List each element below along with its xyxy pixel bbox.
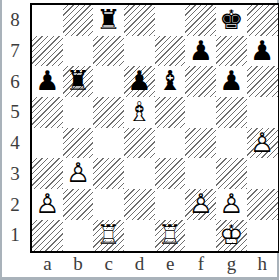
- square-g5[interactable]: [216, 97, 247, 128]
- square-a2[interactable]: ♟♙: [32, 189, 63, 220]
- square-b1[interactable]: [63, 220, 94, 251]
- piece-white-pawn: ♙: [247, 128, 278, 159]
- rank-label-8: 8: [0, 5, 30, 36]
- square-b3[interactable]: ♟♙: [63, 158, 94, 189]
- piece-fill-white-pawn: ♟: [32, 189, 63, 220]
- piece-black-pawn: ♟: [124, 66, 155, 97]
- square-a5[interactable]: [32, 97, 63, 128]
- piece-fill-white-king: ♚: [216, 220, 247, 251]
- piece-white-rook: ♖: [155, 220, 186, 251]
- square-h6[interactable]: [247, 66, 278, 97]
- square-d1[interactable]: [124, 220, 155, 251]
- file-label-d: d: [124, 252, 155, 276]
- square-c2[interactable]: [93, 189, 124, 220]
- square-a6[interactable]: ♟: [32, 66, 63, 97]
- file-label-b: b: [63, 252, 94, 276]
- piece-fill-white-pawn: ♟: [247, 128, 278, 159]
- square-c3[interactable]: [93, 158, 124, 189]
- square-b5[interactable]: [63, 97, 94, 128]
- piece-white-pawn: ♙: [185, 189, 216, 220]
- square-f1[interactable]: [185, 220, 216, 251]
- square-g3[interactable]: [216, 158, 247, 189]
- square-b2[interactable]: [63, 189, 94, 220]
- piece-black-pawn: ♟: [247, 36, 278, 67]
- piece-white-pawn: ♙: [32, 189, 63, 220]
- piece-white-rook: ♖: [93, 220, 124, 251]
- square-c8[interactable]: ♜: [93, 5, 124, 36]
- square-h2[interactable]: [247, 189, 278, 220]
- square-f7[interactable]: ♟: [185, 36, 216, 67]
- file-label-g: g: [216, 252, 247, 276]
- piece-black-king: ♚: [216, 5, 247, 36]
- file-label-h: h: [247, 252, 278, 276]
- piece-fill-white-pawn: ♟: [216, 189, 247, 220]
- square-a4[interactable]: [32, 128, 63, 159]
- square-a8[interactable]: [32, 5, 63, 36]
- piece-white-bishop: ♗: [124, 97, 155, 128]
- rank-label-5: 5: [0, 97, 30, 128]
- square-f8[interactable]: [185, 5, 216, 36]
- file-label-f: f: [186, 252, 217, 276]
- piece-black-pawn: ♟: [216, 66, 247, 97]
- file-label-a: a: [32, 252, 63, 276]
- square-g8[interactable]: ♚: [216, 5, 247, 36]
- square-c6[interactable]: [93, 66, 124, 97]
- square-e6[interactable]: ♝: [155, 66, 186, 97]
- file-label-c: c: [93, 252, 124, 276]
- rank-labels: 87654321: [0, 5, 30, 251]
- square-d8[interactable]: [124, 5, 155, 36]
- piece-black-pawn: ♟: [32, 66, 63, 97]
- square-d3[interactable]: [124, 158, 155, 189]
- file-labels: abcdefgh: [32, 252, 278, 276]
- square-h8[interactable]: [247, 5, 278, 36]
- square-e8[interactable]: [155, 5, 186, 36]
- piece-black-rook: ♜: [63, 66, 94, 97]
- piece-fill-white-pawn: ♟: [63, 158, 94, 189]
- square-e5[interactable]: [155, 97, 186, 128]
- square-f3[interactable]: [185, 158, 216, 189]
- rank-label-3: 3: [0, 159, 30, 190]
- square-g1[interactable]: ♚♔: [216, 220, 247, 251]
- rank-label-6: 6: [0, 66, 30, 97]
- square-h5[interactable]: [247, 97, 278, 128]
- piece-fill-white-rook: ♜: [155, 220, 186, 251]
- square-e3[interactable]: [155, 158, 186, 189]
- piece-fill-white-rook: ♜: [93, 220, 124, 251]
- square-b8[interactable]: [63, 5, 94, 36]
- square-f4[interactable]: [185, 128, 216, 159]
- square-g4[interactable]: [216, 128, 247, 159]
- square-d4[interactable]: [124, 128, 155, 159]
- piece-fill-white-bishop: ♝: [124, 97, 155, 128]
- square-e4[interactable]: [155, 128, 186, 159]
- square-g7[interactable]: [216, 36, 247, 67]
- piece-black-pawn: ♟: [185, 36, 216, 67]
- square-c5[interactable]: [93, 97, 124, 128]
- square-a1[interactable]: [32, 220, 63, 251]
- piece-black-bishop: ♝: [155, 66, 186, 97]
- piece-white-pawn: ♙: [63, 158, 94, 189]
- rank-label-7: 7: [0, 36, 30, 67]
- square-h4[interactable]: ♟♙: [247, 128, 278, 159]
- file-label-e: e: [155, 252, 186, 276]
- square-h3[interactable]: [247, 158, 278, 189]
- square-g2[interactable]: ♟♙: [216, 189, 247, 220]
- square-d2[interactable]: [124, 189, 155, 220]
- piece-white-pawn: ♙: [216, 189, 247, 220]
- square-a3[interactable]: [32, 158, 63, 189]
- square-b7[interactable]: [63, 36, 94, 67]
- square-h7[interactable]: ♟: [247, 36, 278, 67]
- piece-white-king: ♔: [216, 220, 247, 251]
- square-c4[interactable]: [93, 128, 124, 159]
- piece-fill-white-pawn: ♟: [185, 189, 216, 220]
- rank-label-4: 4: [0, 128, 30, 159]
- square-b6[interactable]: ♜: [63, 66, 94, 97]
- square-c1[interactable]: ♜♖: [93, 220, 124, 251]
- square-f6[interactable]: [185, 66, 216, 97]
- piece-black-rook: ♜: [93, 5, 124, 36]
- square-f2[interactable]: ♟♙: [185, 189, 216, 220]
- square-e2[interactable]: [155, 189, 186, 220]
- square-d6[interactable]: ♟: [124, 66, 155, 97]
- square-f5[interactable]: [185, 97, 216, 128]
- square-g6[interactable]: ♟: [216, 66, 247, 97]
- rank-label-1: 1: [0, 220, 30, 251]
- square-e7[interactable]: [155, 36, 186, 67]
- chess-board: ♜♚♟♟♟♜♟♝♟♝♗♟♙♟♙♟♙♟♙♟♙♜♖♜♖♚♔: [30, 3, 279, 253]
- square-e1[interactable]: ♜♖: [155, 220, 186, 251]
- square-d7[interactable]: [124, 36, 155, 67]
- square-a7[interactable]: [32, 36, 63, 67]
- square-b4[interactable]: [63, 128, 94, 159]
- square-h1[interactable]: [247, 220, 278, 251]
- rank-label-2: 2: [0, 189, 30, 220]
- square-d5[interactable]: ♝♗: [124, 97, 155, 128]
- square-c7[interactable]: [93, 36, 124, 67]
